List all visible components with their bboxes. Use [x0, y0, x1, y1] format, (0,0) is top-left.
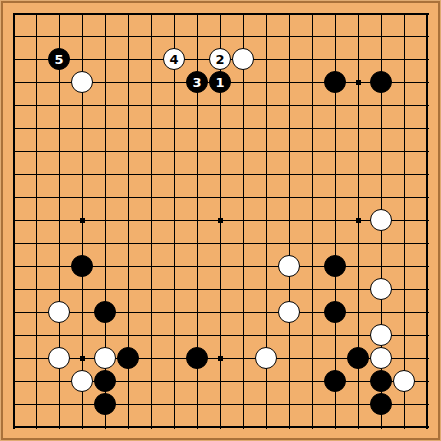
black-stone	[324, 71, 346, 93]
grid-line-vertical	[13, 13, 15, 429]
black-stone: 1	[209, 71, 231, 93]
go-board: 54231	[0, 0, 441, 441]
black-stone	[347, 347, 369, 369]
white-stone	[48, 301, 70, 323]
black-stone	[370, 370, 392, 392]
grid-line-vertical	[289, 13, 290, 429]
black-stone: 5	[48, 48, 70, 70]
grid-line-horizontal	[13, 312, 429, 313]
grid-line-horizontal	[13, 151, 429, 152]
move-number-label: 5	[54, 53, 63, 66]
grid-line-horizontal	[13, 289, 429, 290]
black-stone	[370, 71, 392, 93]
star-point	[218, 218, 223, 223]
white-stone	[370, 347, 392, 369]
go-diagram: 54231	[0, 0, 441, 441]
star-point	[80, 218, 85, 223]
white-stone	[48, 347, 70, 369]
star-point	[356, 218, 361, 223]
star-point	[356, 80, 361, 85]
black-stone	[186, 347, 208, 369]
grid-line-vertical	[151, 13, 152, 429]
move-number-label: 1	[215, 76, 224, 89]
grid-line-horizontal	[13, 13, 429, 15]
black-stone	[117, 347, 139, 369]
star-point	[218, 356, 223, 361]
white-stone	[393, 370, 415, 392]
white-stone	[278, 301, 300, 323]
white-stone	[71, 71, 93, 93]
white-stone	[370, 278, 392, 300]
grid-line-horizontal	[13, 243, 429, 244]
grid-line-horizontal	[13, 335, 429, 336]
grid-line-horizontal	[13, 174, 429, 175]
black-stone	[94, 393, 116, 415]
grid-line-horizontal	[13, 426, 429, 428]
grid-line-vertical	[36, 13, 37, 429]
grid-line-vertical	[312, 13, 313, 429]
black-stone	[71, 255, 93, 277]
grid-line-horizontal	[13, 105, 429, 106]
grid-line-horizontal	[13, 404, 429, 405]
white-stone	[232, 48, 254, 70]
black-stone	[324, 255, 346, 277]
move-number-label: 3	[192, 76, 201, 89]
white-stone: 2	[209, 48, 231, 70]
white-stone	[370, 209, 392, 231]
grid-line-vertical	[243, 13, 244, 429]
grid-line-horizontal	[13, 128, 429, 129]
grid-line-horizontal	[13, 197, 429, 198]
white-stone: 4	[163, 48, 185, 70]
star-point	[80, 356, 85, 361]
black-stone	[94, 370, 116, 392]
white-stone	[255, 347, 277, 369]
move-number-label: 2	[215, 53, 224, 66]
white-stone	[94, 347, 116, 369]
black-stone	[370, 393, 392, 415]
white-stone	[71, 370, 93, 392]
black-stone	[324, 370, 346, 392]
black-stone	[324, 301, 346, 323]
black-stone	[94, 301, 116, 323]
grid-line-vertical	[404, 13, 405, 429]
white-stone	[370, 324, 392, 346]
move-number-label: 4	[169, 53, 178, 66]
grid-line-horizontal	[13, 36, 429, 37]
grid-line-vertical	[174, 13, 175, 429]
grid-line-vertical	[426, 13, 428, 429]
white-stone	[278, 255, 300, 277]
black-stone: 3	[186, 71, 208, 93]
